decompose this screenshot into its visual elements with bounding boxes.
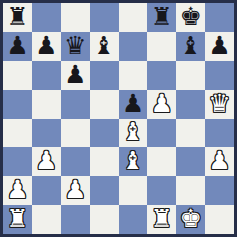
- white-pawn[interactable]: ♟: [208, 148, 230, 173]
- white-rook[interactable]: ♜: [151, 206, 173, 231]
- square-h7[interactable]: ♟: [205, 32, 234, 61]
- square-a6[interactable]: [3, 61, 32, 90]
- black-king[interactable]: ♚: [179, 4, 201, 29]
- black-rook[interactable]: ♜: [6, 4, 28, 29]
- square-f7[interactable]: [147, 32, 176, 61]
- square-d1[interactable]: [90, 205, 119, 234]
- square-h1[interactable]: [205, 205, 234, 234]
- square-d4[interactable]: [90, 119, 119, 148]
- square-d2[interactable]: [90, 176, 119, 205]
- square-c1[interactable]: [61, 205, 90, 234]
- square-a1[interactable]: ♜: [3, 205, 32, 234]
- square-e3[interactable]: ♝: [119, 147, 148, 176]
- square-e2[interactable]: [119, 176, 148, 205]
- square-e6[interactable]: [119, 61, 148, 90]
- square-h3[interactable]: ♟: [205, 147, 234, 176]
- black-pawn[interactable]: ♟: [208, 33, 230, 58]
- square-b5[interactable]: [32, 90, 61, 119]
- square-e7[interactable]: [119, 32, 148, 61]
- square-g6[interactable]: [176, 61, 205, 90]
- square-g3[interactable]: [176, 147, 205, 176]
- square-h5[interactable]: ♛: [205, 90, 234, 119]
- square-h4[interactable]: [205, 119, 234, 148]
- square-d7[interactable]: ♝: [90, 32, 119, 61]
- square-g4[interactable]: [176, 119, 205, 148]
- square-b6[interactable]: [32, 61, 61, 90]
- white-pawn[interactable]: ♟: [6, 177, 28, 202]
- black-bishop[interactable]: ♝: [179, 33, 201, 58]
- square-f4[interactable]: [147, 119, 176, 148]
- square-h6[interactable]: [205, 61, 234, 90]
- square-g7[interactable]: ♝: [176, 32, 205, 61]
- square-b8[interactable]: [32, 3, 61, 32]
- square-b4[interactable]: [32, 119, 61, 148]
- black-pawn[interactable]: ♟: [6, 33, 28, 58]
- square-a8[interactable]: ♜: [3, 3, 32, 32]
- black-pawn[interactable]: ♟: [64, 62, 86, 87]
- black-bishop[interactable]: ♝: [93, 33, 115, 58]
- square-a7[interactable]: ♟: [3, 32, 32, 61]
- square-f6[interactable]: [147, 61, 176, 90]
- square-b1[interactable]: [32, 205, 61, 234]
- square-e4[interactable]: ♝: [119, 119, 148, 148]
- square-e1[interactable]: [119, 205, 148, 234]
- square-f8[interactable]: ♜: [147, 3, 176, 32]
- square-h8[interactable]: [205, 3, 234, 32]
- square-f5[interactable]: ♟: [147, 90, 176, 119]
- square-e8[interactable]: [119, 3, 148, 32]
- square-b7[interactable]: ♟: [32, 32, 61, 61]
- white-pawn[interactable]: ♟: [64, 177, 86, 202]
- square-g1[interactable]: ♚: [176, 205, 205, 234]
- square-d5[interactable]: [90, 90, 119, 119]
- square-d3[interactable]: [90, 147, 119, 176]
- square-c2[interactable]: ♟: [61, 176, 90, 205]
- white-pawn[interactable]: ♟: [151, 91, 173, 116]
- white-queen[interactable]: ♛: [208, 91, 230, 116]
- black-pawn[interactable]: ♟: [35, 33, 57, 58]
- board-grid: ♜♜♚♟♟♛♝♝♟♟♟♟♛♝♟♝♟♟♟♜♜♚: [3, 3, 234, 234]
- white-rook[interactable]: ♜: [6, 206, 28, 231]
- square-c5[interactable]: [61, 90, 90, 119]
- square-c6[interactable]: ♟: [61, 61, 90, 90]
- square-b2[interactable]: [32, 176, 61, 205]
- square-g8[interactable]: ♚: [176, 3, 205, 32]
- white-bishop[interactable]: ♝: [122, 148, 144, 173]
- square-a4[interactable]: [3, 119, 32, 148]
- square-h2[interactable]: [205, 176, 234, 205]
- white-king[interactable]: ♚: [179, 206, 201, 231]
- square-b3[interactable]: ♟: [32, 147, 61, 176]
- black-queen[interactable]: ♛: [64, 33, 86, 58]
- square-f1[interactable]: ♜: [147, 205, 176, 234]
- square-c7[interactable]: ♛: [61, 32, 90, 61]
- square-c3[interactable]: [61, 147, 90, 176]
- square-c8[interactable]: [61, 3, 90, 32]
- white-pawn[interactable]: ♟: [35, 148, 57, 173]
- square-g5[interactable]: [176, 90, 205, 119]
- square-d8[interactable]: [90, 3, 119, 32]
- square-a2[interactable]: ♟: [3, 176, 32, 205]
- chess-board: ♜♜♚♟♟♛♝♝♟♟♟♟♛♝♟♝♟♟♟♜♜♚: [0, 0, 237, 237]
- square-f2[interactable]: [147, 176, 176, 205]
- white-bishop[interactable]: ♝: [122, 119, 144, 144]
- square-g2[interactable]: [176, 176, 205, 205]
- square-a5[interactable]: [3, 90, 32, 119]
- black-pawn[interactable]: ♟: [122, 91, 144, 116]
- square-e5[interactable]: ♟: [119, 90, 148, 119]
- square-f3[interactable]: [147, 147, 176, 176]
- square-a3[interactable]: [3, 147, 32, 176]
- square-d6[interactable]: [90, 61, 119, 90]
- black-rook[interactable]: ♜: [151, 4, 173, 29]
- square-c4[interactable]: [61, 119, 90, 148]
